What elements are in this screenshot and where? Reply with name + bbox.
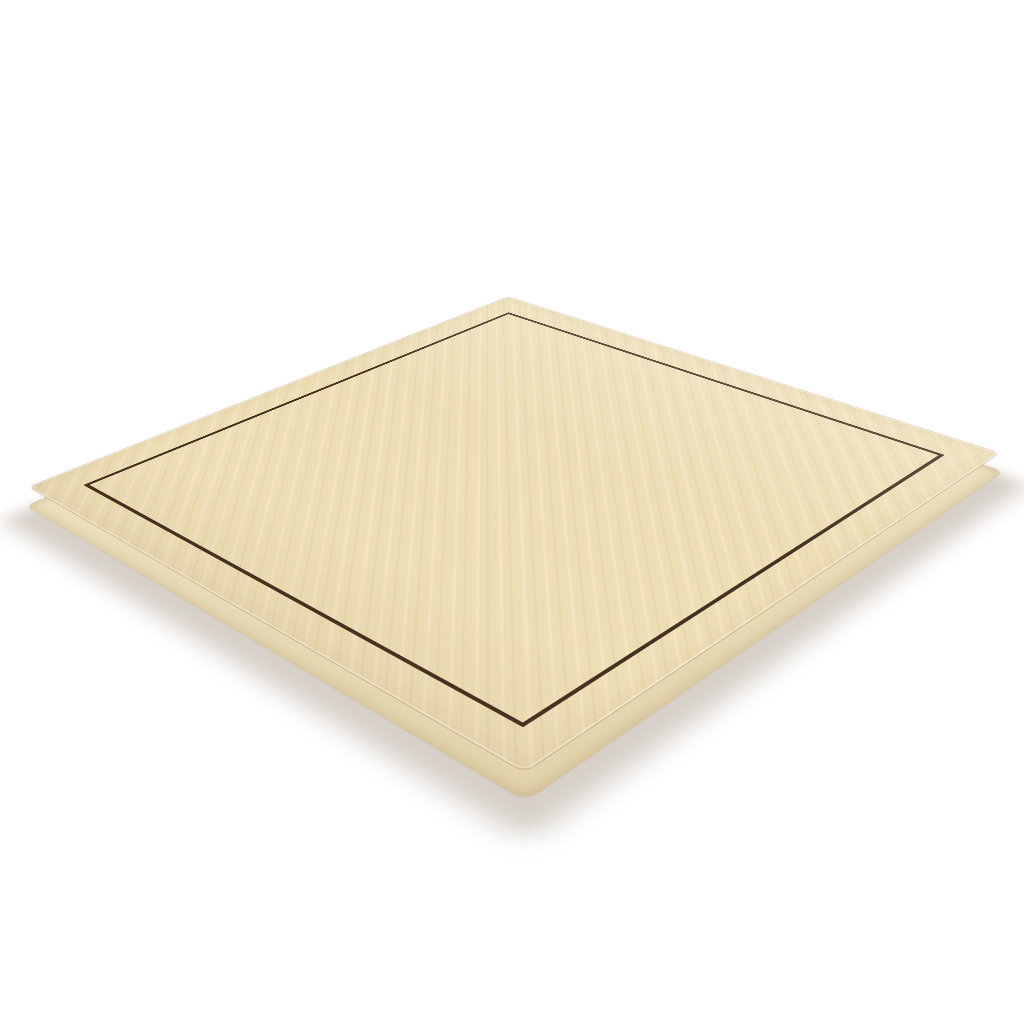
board-surface	[29, 297, 1000, 772]
board-field	[83, 312, 944, 727]
scene	[0, 0, 1024, 1024]
chessboard	[29, 297, 1000, 772]
